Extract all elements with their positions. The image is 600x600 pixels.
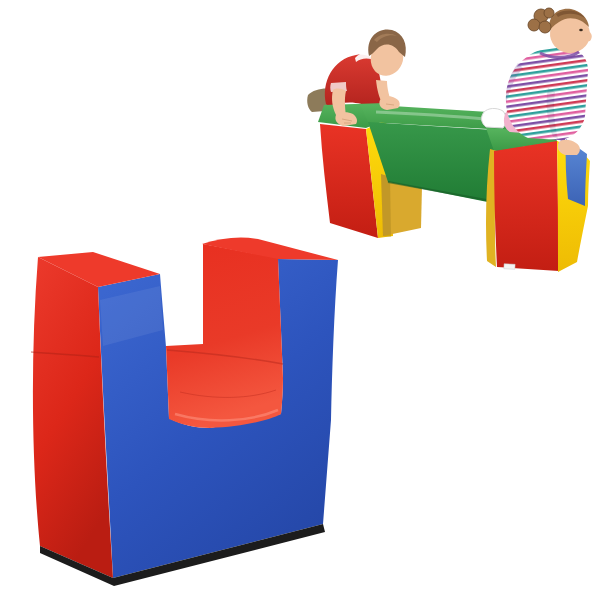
girl-hand <box>558 140 580 155</box>
u-block-notch-red <box>166 244 283 428</box>
girl-head <box>528 8 592 57</box>
product-photo-canvas <box>0 0 600 600</box>
label-tag <box>504 264 515 270</box>
girl-sock <box>482 108 506 128</box>
girl-hoodie <box>506 47 588 140</box>
girl-eye <box>579 29 583 31</box>
assembled-bench-view <box>307 8 592 272</box>
boy-right-hand <box>379 96 399 110</box>
soft-play-scene <box>0 0 600 600</box>
right-support-front-red <box>494 141 559 271</box>
u-block-view <box>31 238 338 586</box>
